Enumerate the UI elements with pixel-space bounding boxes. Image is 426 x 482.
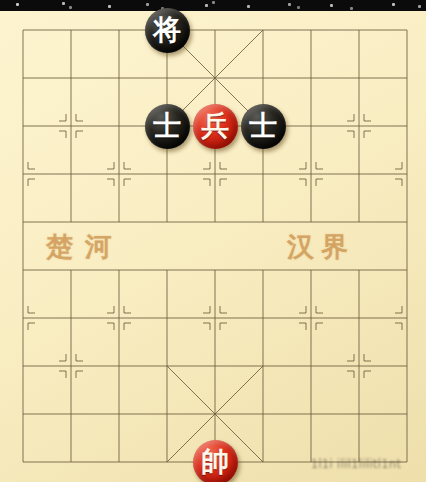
point-g3[interactable] [287,150,335,198]
point-a0[interactable] [0,6,47,54]
point-c8[interactable] [95,390,143,438]
point-e5[interactable] [191,246,239,294]
point-d0[interactable]: 将 [143,6,191,54]
point-a9[interactable] [0,438,47,482]
point-i8[interactable] [383,390,426,438]
point-i7[interactable] [383,342,426,390]
point-e9[interactable]: 帥 [191,438,239,482]
point-h7[interactable] [335,342,383,390]
point-c3[interactable] [95,150,143,198]
point-i0[interactable] [383,6,426,54]
point-a2[interactable] [0,102,47,150]
point-e2[interactable]: 兵 [191,102,239,150]
point-c5[interactable] [95,246,143,294]
point-b7[interactable] [47,342,95,390]
point-b1[interactable] [47,54,95,102]
black-advisor-right[interactable]: 士 [241,104,286,149]
point-i2[interactable] [383,102,426,150]
point-b6[interactable] [47,294,95,342]
point-g4[interactable] [287,198,335,246]
point-c1[interactable] [95,54,143,102]
point-e7[interactable] [191,342,239,390]
point-d7[interactable] [143,342,191,390]
point-h1[interactable] [335,54,383,102]
point-b8[interactable] [47,390,95,438]
point-g6[interactable] [287,294,335,342]
point-f8[interactable] [239,390,287,438]
point-f3[interactable] [239,150,287,198]
point-c0[interactable] [95,6,143,54]
point-d4[interactable] [143,198,191,246]
point-e8[interactable] [191,390,239,438]
point-e3[interactable] [191,150,239,198]
point-e1[interactable] [191,54,239,102]
point-c2[interactable] [95,102,143,150]
point-f0[interactable] [239,6,287,54]
point-a4[interactable] [0,198,47,246]
black-general-glyph: 将 [153,16,181,44]
point-c6[interactable] [95,294,143,342]
point-h6[interactable] [335,294,383,342]
point-a1[interactable] [0,54,47,102]
point-a6[interactable] [0,294,47,342]
point-a8[interactable] [0,390,47,438]
red-general[interactable]: 帥 [193,440,238,482]
point-h5[interactable] [335,246,383,294]
point-h2[interactable] [335,102,383,150]
point-d2[interactable]: 士 [143,102,191,150]
point-e0[interactable] [191,6,239,54]
black-advisor-left[interactable]: 士 [145,104,190,149]
point-h8[interactable] [335,390,383,438]
point-f5[interactable] [239,246,287,294]
point-d3[interactable] [143,150,191,198]
point-i6[interactable] [383,294,426,342]
point-a3[interactable] [0,150,47,198]
point-h3[interactable] [335,150,383,198]
point-b9[interactable] [47,438,95,482]
point-f9[interactable] [239,438,287,482]
point-g0[interactable] [287,6,335,54]
watermark: 1l1i ilil1lilitl1nt [311,456,426,471]
point-i4[interactable] [383,198,426,246]
point-b2[interactable] [47,102,95,150]
point-h0[interactable] [335,6,383,54]
red-pawn-glyph: 兵 [201,112,229,140]
point-d6[interactable] [143,294,191,342]
red-pawn[interactable]: 兵 [193,104,238,149]
red-general-glyph: 帥 [201,448,229,476]
point-g8[interactable] [287,390,335,438]
board-grid[interactable]: 将士兵士帥 [0,6,426,482]
point-c4[interactable] [95,198,143,246]
point-e6[interactable] [191,294,239,342]
xiangqi-app-screen: 楚河 汉界 将士兵士帥 1l1i ilil1lilitl1nt [0,0,426,482]
point-f6[interactable] [239,294,287,342]
point-i5[interactable] [383,246,426,294]
black-general[interactable]: 将 [145,8,190,53]
point-g5[interactable] [287,246,335,294]
point-g7[interactable] [287,342,335,390]
point-b0[interactable] [47,6,95,54]
black-advisor-left-glyph: 士 [153,112,181,140]
point-b5[interactable] [47,246,95,294]
point-f4[interactable] [239,198,287,246]
point-i3[interactable] [383,150,426,198]
point-d9[interactable] [143,438,191,482]
point-b3[interactable] [47,150,95,198]
point-f7[interactable] [239,342,287,390]
point-c7[interactable] [95,342,143,390]
point-b4[interactable] [47,198,95,246]
point-e4[interactable] [191,198,239,246]
point-c9[interactable] [95,438,143,482]
point-a7[interactable] [0,342,47,390]
point-f1[interactable] [239,54,287,102]
point-i1[interactable] [383,54,426,102]
point-g1[interactable] [287,54,335,102]
point-d8[interactable] [143,390,191,438]
point-a5[interactable] [0,246,47,294]
point-f2[interactable]: 士 [239,102,287,150]
point-g2[interactable] [287,102,335,150]
black-advisor-right-glyph: 士 [249,112,277,140]
point-h4[interactable] [335,198,383,246]
point-d5[interactable] [143,246,191,294]
point-d1[interactable] [143,54,191,102]
